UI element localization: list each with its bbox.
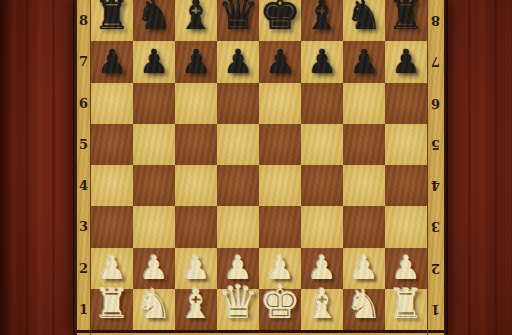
rank-label-text: 3 [431, 219, 440, 234]
square-g6[interactable] [343, 83, 385, 124]
piece-black-queen[interactable]: ♛ [217, 0, 258, 36]
piece-white-rook[interactable]: ♜ [94, 284, 131, 325]
square-a7[interactable]: ♟ [91, 41, 133, 82]
board-squares: ♜♞♝♛♚♝♞♜♟♟♟♟♟♟♟♟♟♟♟♟♟♟♟♟♜♞♝♛♚♝♞♜ [91, 0, 427, 330]
rank-label-left-6: 6 [77, 83, 90, 124]
square-e7[interactable]: ♟ [259, 41, 301, 82]
rank-label-right-1: 1 [428, 289, 444, 330]
square-d8[interactable]: ♛ [217, 0, 259, 41]
piece-black-bishop[interactable]: ♝ [178, 0, 215, 36]
square-f7[interactable]: ♟ [301, 41, 343, 82]
square-e8[interactable]: ♚ [259, 0, 301, 41]
square-c5[interactable] [175, 124, 217, 165]
piece-black-knight[interactable]: ♞ [346, 0, 383, 36]
square-a3[interactable] [91, 206, 133, 247]
rank-label-right-2: 2 [428, 248, 444, 289]
rank-label-left-2: 2 [77, 248, 90, 289]
square-a1[interactable]: ♜ [91, 289, 133, 330]
rank-label-text: 6 [431, 96, 440, 111]
piece-black-pawn[interactable]: ♟ [391, 45, 421, 78]
rank-label-text: 2 [431, 261, 440, 276]
piece-white-knight[interactable]: ♞ [346, 284, 383, 325]
square-a4[interactable] [91, 165, 133, 206]
piece-white-bishop[interactable]: ♝ [178, 284, 215, 325]
rank-label-text: 6 [79, 96, 88, 111]
piece-black-rook[interactable]: ♜ [388, 0, 425, 36]
piece-white-knight[interactable]: ♞ [136, 284, 173, 325]
rank-label-text: 4 [431, 178, 440, 193]
square-a8[interactable]: ♜ [91, 0, 133, 41]
square-d7[interactable]: ♟ [217, 41, 259, 82]
square-f6[interactable] [301, 83, 343, 124]
square-e5[interactable] [259, 124, 301, 165]
rank-labels-left: 87654321 [77, 0, 91, 335]
square-c3[interactable] [175, 206, 217, 247]
square-d5[interactable] [217, 124, 259, 165]
square-c8[interactable]: ♝ [175, 0, 217, 41]
rank-label-text: 7 [79, 54, 88, 69]
rank-label-left-8: 8 [77, 0, 90, 41]
square-d1[interactable]: ♛ [217, 289, 259, 330]
chessboard: 87654321 ♜♞♝♛♚♝♞♜♟♟♟♟♟♟♟♟♟♟♟♟♟♟♟♟♜♞♝♛♚♝♞… [73, 0, 448, 335]
square-a5[interactable] [91, 124, 133, 165]
square-f3[interactable] [301, 206, 343, 247]
square-h3[interactable] [385, 206, 427, 247]
piece-white-pawn[interactable]: ♟ [181, 251, 211, 284]
piece-white-pawn[interactable]: ♟ [307, 251, 337, 284]
piece-white-pawn[interactable]: ♟ [349, 251, 379, 284]
square-h8[interactable]: ♜ [385, 0, 427, 41]
wood-table-background: 87654321 ♜♞♝♛♚♝♞♜♟♟♟♟♟♟♟♟♟♟♟♟♟♟♟♟♜♞♝♛♚♝♞… [0, 0, 512, 335]
rank-label-text: 3 [79, 219, 88, 234]
piece-black-pawn[interactable]: ♟ [223, 45, 253, 78]
border-bottom-pad [428, 330, 444, 335]
square-c4[interactable] [175, 165, 217, 206]
square-h1[interactable]: ♜ [385, 289, 427, 330]
square-f4[interactable] [301, 165, 343, 206]
square-d6[interactable] [217, 83, 259, 124]
square-h7[interactable]: ♟ [385, 41, 427, 82]
board-bottom-edge [91, 330, 427, 335]
piece-white-pawn[interactable]: ♟ [139, 251, 169, 284]
rank-label-right-5: 5 [428, 124, 444, 165]
piece-white-rook[interactable]: ♜ [388, 284, 425, 325]
border-bottom-pad [77, 330, 90, 335]
rank-label-text: 5 [79, 137, 88, 152]
rank-label-text: 2 [79, 261, 88, 276]
piece-black-knight[interactable]: ♞ [136, 0, 173, 36]
piece-black-pawn[interactable]: ♟ [265, 45, 295, 78]
piece-white-bishop[interactable]: ♝ [304, 284, 341, 325]
piece-black-pawn[interactable]: ♟ [181, 45, 211, 78]
piece-black-bishop[interactable]: ♝ [304, 0, 341, 36]
board-right-edge [444, 0, 448, 335]
square-e1[interactable]: ♚ [259, 289, 301, 330]
rank-label-text: 8 [79, 13, 88, 28]
rank-label-text: 8 [431, 13, 440, 28]
rank-label-right-4: 4 [428, 165, 444, 206]
square-d3[interactable] [217, 206, 259, 247]
square-e6[interactable] [259, 83, 301, 124]
square-c7[interactable]: ♟ [175, 41, 217, 82]
square-c1[interactable]: ♝ [175, 289, 217, 330]
piece-black-pawn[interactable]: ♟ [97, 45, 127, 78]
square-c6[interactable] [175, 83, 217, 124]
rank-label-right-3: 3 [428, 206, 444, 247]
rank-label-text: 1 [79, 302, 88, 317]
square-h6[interactable] [385, 83, 427, 124]
square-h5[interactable] [385, 124, 427, 165]
piece-black-pawn[interactable]: ♟ [139, 45, 169, 78]
square-a6[interactable] [91, 83, 133, 124]
square-f1[interactable]: ♝ [301, 289, 343, 330]
rank-label-text: 7 [431, 54, 440, 69]
rank-label-right-8: 8 [428, 0, 444, 41]
square-g1[interactable]: ♞ [343, 289, 385, 330]
piece-black-rook[interactable]: ♜ [94, 0, 131, 36]
square-b4[interactable] [133, 165, 175, 206]
rank-label-text: 1 [431, 302, 440, 317]
piece-white-pawn[interactable]: ♟ [97, 251, 127, 284]
rank-label-text: 5 [431, 137, 440, 152]
rank-label-left-5: 5 [77, 124, 90, 165]
rank-label-left-7: 7 [77, 41, 90, 82]
square-g5[interactable] [343, 124, 385, 165]
square-b3[interactable] [133, 206, 175, 247]
square-b8[interactable]: ♞ [133, 0, 175, 41]
square-b5[interactable] [133, 124, 175, 165]
square-g4[interactable] [343, 165, 385, 206]
square-e4[interactable] [259, 165, 301, 206]
square-g7[interactable]: ♟ [343, 41, 385, 82]
rank-label-left-1: 1 [77, 289, 90, 330]
rank-label-text: 4 [79, 178, 88, 193]
square-b7[interactable]: ♟ [133, 41, 175, 82]
square-b1[interactable]: ♞ [133, 289, 175, 330]
piece-white-pawn[interactable]: ♟ [391, 251, 421, 284]
square-f5[interactable] [301, 124, 343, 165]
piece-white-king[interactable]: ♚ [259, 279, 300, 325]
square-g8[interactable]: ♞ [343, 0, 385, 41]
square-d4[interactable] [217, 165, 259, 206]
rank-label-right-6: 6 [428, 83, 444, 124]
rank-label-left-4: 4 [77, 165, 90, 206]
piece-black-pawn[interactable]: ♟ [307, 45, 337, 78]
square-f8[interactable]: ♝ [301, 0, 343, 41]
piece-black-king[interactable]: ♚ [259, 0, 300, 36]
rank-label-left-3: 3 [77, 206, 90, 247]
rank-labels-right: 87654321 [427, 0, 444, 335]
square-g3[interactable] [343, 206, 385, 247]
piece-white-queen[interactable]: ♛ [217, 279, 258, 325]
piece-black-pawn[interactable]: ♟ [349, 45, 379, 78]
rank-label-right-7: 7 [428, 41, 444, 82]
square-e3[interactable] [259, 206, 301, 247]
square-h4[interactable] [385, 165, 427, 206]
square-b6[interactable] [133, 83, 175, 124]
